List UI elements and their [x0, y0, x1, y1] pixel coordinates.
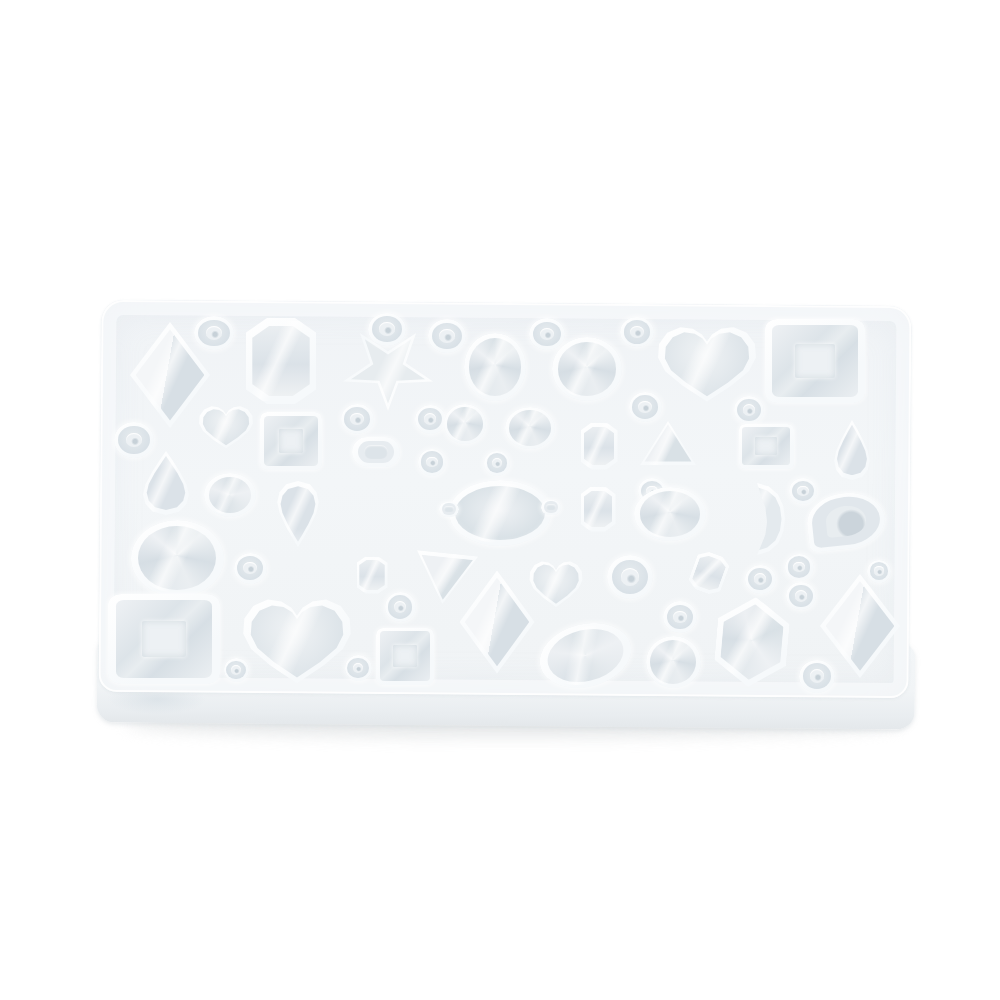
emerald-cavity [246, 318, 316, 404]
cavity-layer [0, 0, 1000, 1000]
heart-cavity-pit [532, 563, 579, 605]
square-cavity [765, 319, 865, 403]
square-cavity-pit [772, 325, 858, 397]
crescent-cavity-pit [730, 487, 781, 550]
square-cavity-pit [742, 427, 789, 466]
ring-cavity-pit [388, 595, 412, 618]
ring-cavity [415, 405, 446, 434]
emerald-cavity [686, 548, 732, 597]
ring-cavity-pit [421, 451, 443, 472]
ring-cavity-pit [344, 407, 370, 430]
pear-up-cavity [828, 420, 876, 480]
ring-cavity [745, 565, 776, 594]
ring-cavity [734, 396, 764, 424]
oval-cavity [204, 473, 256, 517]
rhombus-cavity [460, 571, 535, 674]
pill-cavity [352, 437, 400, 467]
ring-cavity [607, 555, 653, 599]
ring-cavity [224, 658, 249, 682]
ring-cavity-pit [792, 481, 814, 501]
emerald-cavity-pit [359, 560, 384, 590]
ring-cavity [194, 316, 234, 350]
round-gem-cavity [552, 337, 622, 401]
ring-cavity [385, 592, 416, 622]
round-gem-cavity [444, 404, 486, 444]
square-cavity [739, 424, 794, 469]
ring-cavity [529, 318, 565, 350]
crescent-cavity [727, 483, 785, 555]
ring-cavity [341, 404, 374, 434]
heart-cavity [529, 560, 584, 609]
round-gem-cavity [646, 636, 701, 688]
triangle-up-cavity-pit [644, 423, 693, 463]
emerald-cavity-pit [584, 427, 614, 466]
emerald-cavity [581, 487, 616, 532]
ring-cavity-pit [347, 658, 368, 678]
ring-cavity [368, 313, 406, 346]
square-cavity-pit [380, 631, 430, 680]
emerald-cavity [357, 557, 388, 594]
ring-cavity-pit [612, 560, 648, 594]
ring-cavity [620, 317, 654, 347]
photo-canvas [0, 0, 1000, 1000]
round-gem-cavity-pit [138, 526, 216, 591]
square-cavity-pit [264, 416, 317, 466]
round-gem-cavity-pit [650, 640, 696, 684]
ring-cavity [785, 554, 814, 581]
emerald-cavity-pit [584, 491, 613, 528]
round-gem-cavity-pit [558, 342, 617, 396]
round-gem-cavity-pit [447, 407, 482, 441]
round-gem-cavity [505, 407, 555, 449]
ring-cavity-pit [737, 399, 760, 421]
oval-cavity-pit [209, 477, 252, 513]
square-cavity [260, 412, 322, 470]
emerald-cavity [581, 423, 618, 470]
heart-cavity [656, 324, 758, 404]
ring-cavity-pit [118, 426, 149, 454]
pill-cavity-pit [358, 441, 394, 463]
ring-cavity [786, 582, 816, 610]
triangle-down-cavity-pit [416, 552, 474, 604]
heart-cavity-pit [663, 330, 751, 399]
rhombus-cavity [820, 574, 900, 678]
ring-cavity-pit [198, 320, 229, 347]
ring-cavity-pit [789, 585, 812, 607]
ring-cavity [663, 601, 697, 633]
round-gem-cavity [131, 520, 224, 597]
ring-cavity [345, 655, 372, 681]
square-cavity [376, 628, 434, 685]
round-gem-cavity-pit [509, 410, 551, 445]
marquise-cavity [449, 480, 551, 546]
pear-down-cavity [270, 481, 326, 547]
hexagon-cavity [712, 594, 792, 690]
pear-up-cavity [135, 451, 197, 515]
pill-cavity [439, 502, 459, 517]
ring-cavity-pit [237, 556, 263, 580]
teardrop-ring-cavity [804, 489, 887, 553]
round-gem-cavity [464, 333, 526, 401]
ring-cavity-pit [372, 316, 402, 342]
ring-cavity-pit [788, 556, 811, 577]
ring-cavity [428, 319, 466, 353]
emerald-cavity-pit [252, 326, 309, 397]
heart-cavity [198, 405, 254, 450]
rhombus-cavity-pit [826, 581, 895, 670]
pill-cavity-pit [442, 503, 457, 514]
oval-cavity [532, 613, 637, 697]
ring-cavity-pit [803, 663, 831, 689]
ring-cavity [418, 449, 446, 476]
square-cavity [108, 594, 220, 684]
ring-cavity-pit [226, 661, 246, 680]
pill-cavity [541, 500, 561, 515]
ring-cavity [484, 451, 510, 476]
round-gem-cavity-pit [640, 491, 701, 536]
ring-cavity [867, 560, 891, 583]
ring-cavity-pit [624, 320, 651, 343]
heart-cavity-pit [249, 602, 345, 679]
ring-cavity [789, 478, 817, 504]
pill-cavity-pit [544, 501, 559, 512]
ring-cavity [799, 660, 835, 693]
rhombus-cavity-pit [136, 329, 205, 420]
heart-cavity [241, 596, 353, 686]
ring-cavity [234, 553, 267, 584]
ring-cavity-pit [487, 453, 507, 473]
marquise-cavity-pit [455, 486, 545, 540]
round-gem-cavity [634, 487, 706, 541]
rhombus-cavity-pit [465, 578, 530, 667]
heart-cavity-pit [202, 408, 250, 447]
round-gem-cavity-pit [469, 338, 521, 395]
square-cavity-pit [116, 600, 212, 677]
ring-cavity [114, 422, 154, 458]
ring-cavity-pit [432, 323, 462, 350]
triangle-down-cavity [410, 547, 479, 608]
ring-cavity-pit [632, 395, 658, 418]
ring-cavity [629, 392, 662, 422]
triangle-up-cavity [639, 419, 697, 467]
